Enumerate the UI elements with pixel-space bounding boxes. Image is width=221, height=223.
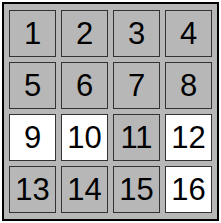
cell-2[interactable]: 2 (61, 10, 108, 57)
cell-11[interactable]: 11 (113, 114, 160, 161)
cell-3[interactable]: 3 (113, 10, 160, 57)
cell-4[interactable]: 4 (165, 10, 212, 57)
cell-1[interactable]: 1 (9, 10, 56, 57)
cell-12[interactable]: 12 (165, 114, 212, 161)
cell-10[interactable]: 10 (61, 114, 108, 161)
cell-15[interactable]: 15 (113, 166, 160, 213)
cell-6[interactable]: 6 (61, 62, 108, 109)
number-board: 12345678910111213141516 (2, 2, 219, 221)
cell-5[interactable]: 5 (9, 62, 56, 109)
cell-14[interactable]: 14 (61, 166, 108, 213)
page: { "game": "4x4 numbered grid board (numb… (0, 0, 221, 223)
cell-16[interactable]: 16 (165, 166, 212, 213)
cell-13[interactable]: 13 (9, 166, 56, 213)
cell-8[interactable]: 8 (165, 62, 212, 109)
number-grid: 12345678910111213141516 (4, 4, 217, 219)
cell-9[interactable]: 9 (9, 114, 56, 161)
cell-7[interactable]: 7 (113, 62, 160, 109)
